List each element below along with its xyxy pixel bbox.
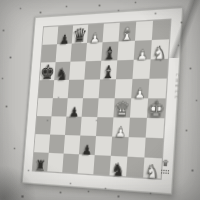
piece-black-pawn[interactable]: ♟ [57, 23, 73, 44]
photo-noise-speckles [0, 0, 1, 1]
square-g6[interactable] [64, 135, 81, 154]
square-h4[interactable] [93, 155, 110, 175]
white-pawn-glyph: ♟ [115, 125, 127, 139]
square-e4[interactable] [97, 98, 114, 117]
piece-white-knight[interactable]: ♞ [143, 155, 162, 179]
black-queen-glyph: ♛ [72, 26, 88, 46]
black-pawn-glyph: ♟ [69, 106, 80, 119]
piece-white-knight[interactable]: ♞ [151, 37, 170, 60]
square-c6[interactable] [69, 61, 86, 80]
white-knight-glyph: ♞ [152, 44, 167, 62]
chessboard-photo: ♝♟♛♟♞♟♝♚♝♞♟♚♛♟♟♟♞♜♞ CHESS ♛ [0, 0, 200, 200]
black-bishop-glyph: ♝ [101, 64, 116, 82]
black-knight-glyph: ♞ [55, 66, 68, 83]
square-d5[interactable] [83, 79, 100, 98]
black-knight-glyph: ♞ [111, 160, 126, 179]
black-pawn-glyph: ♟ [82, 143, 93, 157]
white-pawn-glyph: ♟ [90, 31, 101, 45]
board-brand-text: CHESS [168, 73, 179, 148]
white-king-glyph: ♚ [147, 98, 166, 120]
white-bishop-glyph: ♝ [120, 25, 135, 43]
black-pawn-glyph: ♟ [59, 33, 70, 46]
white-pawn-glyph: ♟ [137, 48, 149, 62]
piece-black-pawn[interactable]: ♟ [79, 133, 96, 155]
square-e8[interactable] [37, 98, 53, 116]
piece-black-queen[interactable]: ♛ [72, 22, 89, 43]
square-g4[interactable] [95, 136, 112, 156]
square-h6[interactable] [62, 154, 79, 174]
vinyl-chess-mat: ♝♟♛♟♞♟♝♚♝♞♟♚♛♟♟♟♞♜♞ CHESS ♛ [22, 7, 183, 195]
square-f8[interactable] [36, 116, 52, 134]
black-rook-glyph: ♜ [34, 158, 46, 174]
piece-white-pawn[interactable]: ♟ [131, 76, 149, 98]
piece-white-bishop[interactable]: ♝ [119, 19, 137, 41]
square-e7[interactable] [51, 98, 67, 116]
square-h2[interactable] [126, 157, 144, 178]
square-h7[interactable] [47, 153, 63, 172]
square-f4[interactable] [96, 117, 113, 136]
chess-board: ♝♟♛♟♞♟♝♚♝♞♟♚♛♟♟♟♞♜♞ [33, 20, 171, 179]
square-e5[interactable] [82, 98, 99, 117]
piece-black-bishop[interactable]: ♝ [100, 58, 117, 79]
emblem-text-lines [161, 169, 169, 174]
square-f2[interactable] [129, 118, 147, 138]
piece-black-pawn[interactable]: ♟ [66, 96, 83, 117]
square-g2[interactable] [127, 137, 145, 157]
piece-white-king[interactable]: ♚ [147, 96, 166, 118]
piece-black-rook[interactable]: ♜ [33, 150, 49, 171]
piece-black-king[interactable]: ♚ [40, 60, 56, 80]
piece-white-pawn[interactable]: ♟ [134, 38, 152, 60]
piece-white-pawn[interactable]: ♟ [112, 115, 130, 137]
white-knight-glyph: ♞ [145, 162, 160, 181]
square-g7[interactable] [49, 135, 65, 154]
square-a8[interactable] [42, 26, 58, 44]
square-c3[interactable] [116, 60, 134, 79]
piece-black-knight[interactable]: ♞ [54, 59, 70, 80]
square-c5[interactable] [84, 61, 101, 80]
piece-black-knight[interactable]: ♞ [109, 153, 127, 176]
square-f7[interactable] [50, 116, 66, 135]
white-pawn-glyph: ♟ [134, 87, 146, 101]
piece-white-pawn[interactable]: ♟ [87, 21, 104, 42]
